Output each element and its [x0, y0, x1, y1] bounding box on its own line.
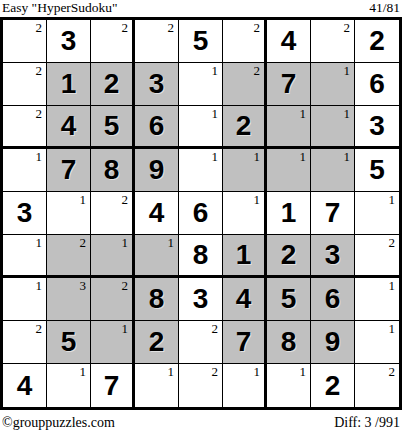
cell-r6c4[interactable]: 1	[135, 235, 179, 278]
cell-r3c5[interactable]: 1	[179, 106, 223, 149]
cell-value: 4	[17, 372, 33, 400]
cell-r6c7[interactable]: 2	[267, 235, 311, 278]
pencil-mark: 1	[122, 321, 129, 336]
page-title: Easy "HyperSudoku"	[2, 0, 118, 15]
cell-value: 4	[61, 112, 77, 140]
cell-value: 3	[17, 199, 33, 227]
pencil-mark: 1	[344, 106, 351, 121]
pencil-mark: 1	[300, 149, 307, 164]
cell-value: 5	[193, 27, 209, 55]
cell-r7c9[interactable]: 1	[355, 278, 399, 321]
cell-r2c7[interactable]: 7	[267, 63, 311, 106]
pencil-mark: 1	[254, 364, 261, 379]
cell-r4c5[interactable]: 1	[179, 149, 223, 192]
cell-r5c9[interactable]: 1	[355, 192, 399, 235]
cell-value: 2	[104, 70, 120, 98]
pencil-mark: 1	[389, 192, 396, 207]
cell-r7c8[interactable]: 6	[311, 278, 355, 321]
pencil-mark: 1	[344, 149, 351, 164]
cell-r3c8[interactable]: 1	[311, 106, 355, 149]
cell-r3c1[interactable]: 2	[3, 106, 47, 149]
cell-value: 3	[61, 27, 77, 55]
cell-r9c7[interactable]: 1	[267, 364, 311, 407]
cell-value: 1	[61, 70, 77, 98]
pencil-mark: 1	[254, 149, 261, 164]
cell-r1c4[interactable]: 2	[135, 20, 179, 63]
cell-value: 7	[281, 70, 297, 98]
cell-value: 1	[281, 199, 297, 227]
cell-r5c2[interactable]: 1	[47, 192, 91, 235]
cell-r1c9[interactable]: 2	[355, 20, 399, 63]
cell-r9c1[interactable]: 4	[3, 364, 47, 407]
cell-value: 3	[149, 70, 165, 98]
pencil-mark: 1	[389, 278, 396, 293]
cell-r1c7[interactable]: 4	[267, 20, 311, 63]
cell-value: 7	[61, 156, 77, 184]
pencil-mark: 2	[36, 106, 43, 121]
pencil-mark: 1	[36, 278, 43, 293]
pencil-mark: 2	[344, 20, 351, 35]
pencil-mark: 1	[300, 364, 307, 379]
cell-r1c8[interactable]: 2	[311, 20, 355, 63]
pencil-mark: 2	[212, 364, 219, 379]
cell-r2c9[interactable]: 6	[355, 63, 399, 106]
cell-r7c3[interactable]: 2	[91, 278, 135, 321]
cell-r9c5[interactable]: 2	[179, 364, 223, 407]
cell-value: 5	[369, 156, 385, 184]
cell-r5c4[interactable]: 4	[135, 192, 179, 235]
cell-r4c3[interactable]: 8	[91, 149, 135, 192]
cell-r9c8[interactable]: 2	[311, 364, 355, 407]
cell-value: 4	[281, 27, 297, 55]
pencil-mark: 2	[254, 63, 261, 78]
cell-r6c8[interactable]: 3	[311, 235, 355, 278]
pencil-mark: 2	[36, 20, 43, 35]
cell-r1c1[interactable]: 2	[3, 20, 47, 63]
cell-value: 8	[104, 156, 120, 184]
progress-counter: 41/81	[369, 0, 400, 15]
cell-value: 1	[236, 241, 252, 269]
pencil-mark: 2	[254, 20, 261, 35]
cell-r2c4[interactable]: 3	[135, 63, 179, 106]
cell-value: 3	[193, 285, 209, 313]
pencil-mark: 3	[80, 278, 87, 293]
cell-r9c2[interactable]: 1	[47, 364, 91, 407]
cell-value: 7	[236, 328, 252, 356]
cell-r8c9[interactable]: 1	[355, 321, 399, 364]
board: 2322524222123127162456121131789111153124…	[0, 17, 402, 410]
cell-r4c8[interactable]: 1	[311, 149, 355, 192]
cell-r8c8[interactable]: 9	[311, 321, 355, 364]
cell-value: 6	[325, 285, 341, 313]
pencil-mark: 2	[389, 235, 396, 250]
cell-r9c9[interactable]: 2	[355, 364, 399, 407]
cell-r4c4[interactable]: 9	[135, 149, 179, 192]
cell-value: 8	[281, 328, 297, 356]
cell-value: 2	[281, 241, 297, 269]
cell-value: 6	[149, 112, 165, 140]
cell-value: 6	[193, 199, 209, 227]
cell-value: 6	[369, 70, 385, 98]
cell-r9c3[interactable]: 7	[91, 364, 135, 407]
pencil-mark: 1	[80, 192, 87, 207]
cell-r1c2[interactable]: 3	[47, 20, 91, 63]
pencil-mark: 1	[36, 235, 43, 250]
cell-r8c3[interactable]: 1	[91, 321, 135, 364]
cell-r8c6[interactable]: 7	[223, 321, 267, 364]
cell-r6c9[interactable]: 2	[355, 235, 399, 278]
cell-r2c8[interactable]: 1	[311, 63, 355, 106]
pencil-mark: 1	[389, 321, 396, 336]
cell-value: 2	[325, 372, 341, 400]
header: Easy "HyperSudoku" 41/81	[0, 0, 402, 17]
cell-r5c8[interactable]: 7	[311, 192, 355, 235]
pencil-mark: 1	[168, 235, 175, 250]
cell-r4c7[interactable]: 1	[267, 149, 311, 192]
cell-r2c5[interactable]: 1	[179, 63, 223, 106]
cell-value: 8	[149, 285, 165, 313]
cell-r3c6[interactable]: 2	[223, 106, 267, 149]
cell-r6c6[interactable]: 1	[223, 235, 267, 278]
cell-r8c1[interactable]: 2	[3, 321, 47, 364]
cell-value: 7	[325, 199, 341, 227]
pencil-mark: 2	[122, 20, 129, 35]
cell-value: 9	[325, 328, 341, 356]
pencil-mark: 2	[212, 321, 219, 336]
cell-r8c2[interactable]: 5	[47, 321, 91, 364]
cell-r6c2[interactable]: 2	[47, 235, 91, 278]
pencil-mark: 1	[168, 364, 175, 379]
cell-r3c3[interactable]: 5	[91, 106, 135, 149]
cell-r4c2[interactable]: 7	[47, 149, 91, 192]
cell-r5c6[interactable]: 1	[223, 192, 267, 235]
cell-r2c2[interactable]: 1	[47, 63, 91, 106]
cell-r7c4[interactable]: 8	[135, 278, 179, 321]
cell-value: 3	[325, 241, 341, 269]
cell-r7c2[interactable]: 3	[47, 278, 91, 321]
pencil-mark: 1	[36, 149, 43, 164]
cell-r3c4[interactable]: 6	[135, 106, 179, 149]
cell-r4c1[interactable]: 1	[3, 149, 47, 192]
cell-r4c6[interactable]: 1	[223, 149, 267, 192]
cell-r1c6[interactable]: 2	[223, 20, 267, 63]
cell-value: 5	[281, 285, 297, 313]
cell-r6c5[interactable]: 8	[179, 235, 223, 278]
cell-value: 2	[149, 328, 165, 356]
cell-r7c5[interactable]: 3	[179, 278, 223, 321]
pencil-mark: 2	[122, 278, 129, 293]
cell-value: 2	[236, 112, 252, 140]
cell-value: 5	[61, 328, 77, 356]
cell-r3c7[interactable]: 1	[267, 106, 311, 149]
cell-r5c7[interactable]: 1	[267, 192, 311, 235]
cell-value: 7	[104, 372, 120, 400]
cell-value: 5	[104, 112, 120, 140]
cell-r2c3[interactable]: 2	[91, 63, 135, 106]
pencil-mark: 2	[36, 321, 43, 336]
cell-r7c7[interactable]: 5	[267, 278, 311, 321]
cell-r5c5[interactable]: 6	[179, 192, 223, 235]
pencil-mark: 1	[344, 63, 351, 78]
pencil-mark: 1	[212, 149, 219, 164]
cell-r7c6[interactable]: 4	[223, 278, 267, 321]
cell-r8c4[interactable]: 2	[135, 321, 179, 364]
cell-r9c6[interactable]: 1	[223, 364, 267, 407]
cell-value: 4	[236, 285, 252, 313]
cell-r3c2[interactable]: 4	[47, 106, 91, 149]
pencil-mark: 2	[80, 235, 87, 250]
pencil-mark: 2	[389, 364, 396, 379]
cell-r8c7[interactable]: 8	[267, 321, 311, 364]
cell-r2c6[interactable]: 2	[223, 63, 267, 106]
difficulty-label: Diff: 3 /991	[334, 415, 400, 431]
cell-r3c9[interactable]: 3	[355, 106, 399, 149]
cell-r5c3[interactable]: 2	[91, 192, 135, 235]
cell-value: 4	[149, 199, 165, 227]
cell-r1c5[interactable]: 5	[179, 20, 223, 63]
hypersudoku-page: Easy "HyperSudoku" 41/81 232252422212312…	[0, 0, 402, 437]
pencil-mark: 1	[212, 106, 219, 121]
pencil-mark: 2	[36, 63, 43, 78]
cell-value: 9	[149, 156, 165, 184]
cell-r1c3[interactable]: 2	[91, 20, 135, 63]
pencil-mark: 1	[80, 364, 87, 379]
cell-r5c1[interactable]: 3	[3, 192, 47, 235]
pencil-mark: 1	[300, 106, 307, 121]
pencil-mark: 1	[122, 235, 129, 250]
cell-r7c1[interactable]: 1	[3, 278, 47, 321]
cell-value: 3	[369, 112, 385, 140]
cell-r9c4[interactable]: 1	[135, 364, 179, 407]
footer: ©grouppuzzles.com Diff: 3 /991	[0, 410, 402, 437]
pencil-mark: 2	[168, 20, 175, 35]
cell-value: 2	[369, 27, 385, 55]
cell-r6c3[interactable]: 1	[91, 235, 135, 278]
pencil-mark: 2	[122, 192, 129, 207]
pencil-mark: 1	[212, 63, 219, 78]
pencil-mark: 1	[254, 192, 261, 207]
cell-r2c1[interactable]: 2	[3, 63, 47, 106]
copyright-label: ©grouppuzzles.com	[2, 415, 115, 431]
cell-r4c9[interactable]: 5	[355, 149, 399, 192]
cell-r8c5[interactable]: 2	[179, 321, 223, 364]
cell-value: 8	[193, 241, 209, 269]
cell-r6c1[interactable]: 1	[3, 235, 47, 278]
